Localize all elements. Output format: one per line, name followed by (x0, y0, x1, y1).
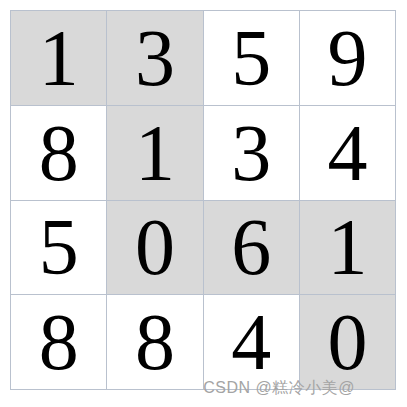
grid-cell-r1c0: 8 (11, 106, 106, 200)
grid-cell-r0c1: 3 (107, 11, 202, 105)
grid-cell-r0c3: 9 (300, 11, 395, 105)
number-grid: 1359813450618840 (10, 10, 396, 390)
grid-cell-r2c3: 1 (300, 201, 395, 295)
grid-cell-r3c0: 8 (11, 295, 106, 389)
grid-cell-r3c3: 0 (300, 295, 395, 389)
grid-cell-r2c0: 5 (11, 201, 106, 295)
grid-cell-r1c3: 4 (300, 106, 395, 200)
grid-cell-r1c2: 3 (204, 106, 299, 200)
grid-cell-r3c1: 8 (107, 295, 202, 389)
grid-cell-r0c2: 5 (204, 11, 299, 105)
grid-cell-r1c1: 1 (107, 106, 202, 200)
grid-cell-r2c2: 6 (204, 201, 299, 295)
grid-cell-r0c0: 1 (11, 11, 106, 105)
grid-cell-r3c2: 4 (204, 295, 299, 389)
grid-cell-r2c1: 0 (107, 201, 202, 295)
